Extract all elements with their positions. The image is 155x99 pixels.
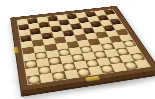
piece-glyph: ⛀ (28, 75, 40, 84)
brass-hinge-icon (14, 47, 19, 54)
product-photo-background: ⛂⛂⛂⛂⛂⛂⛂⛂⛂⛂⛂⛂⛂⛂⛂⛂⛂⛂⛂⛂⛀⛀⛀⛀⛀⛀⛀⛀⛀⛀⛀⛀⛀⛀⛀⛀⛀⛀⛀⛀ (0, 0, 155, 99)
playing-field: ⛂⛂⛂⛂⛂⛂⛂⛂⛂⛂⛂⛂⛂⛂⛂⛂⛂⛂⛂⛂⛀⛀⛀⛀⛀⛀⛀⛀⛀⛀⛀⛀⛀⛀⛀⛀⛀⛀⛀⛀ (17, 9, 151, 85)
light-piece[interactable]: ⛀ (53, 72, 66, 80)
piece-glyph: ⛀ (53, 72, 66, 80)
light-piece[interactable]: ⛀ (28, 75, 40, 84)
